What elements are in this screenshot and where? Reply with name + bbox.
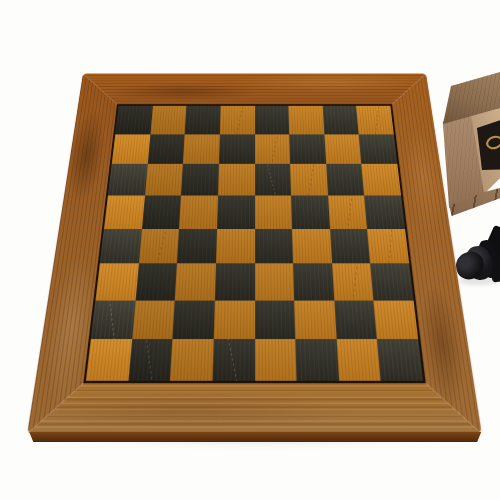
photo-scene <box>0 0 500 500</box>
board-front-edge <box>26 432 484 442</box>
black-piece <box>0 0 500 500</box>
